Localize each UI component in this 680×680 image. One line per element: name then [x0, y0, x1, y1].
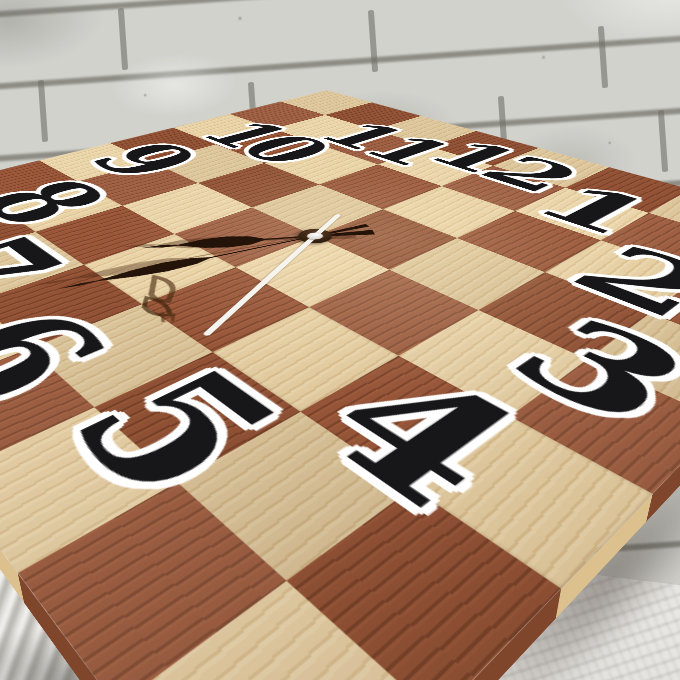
- photo-frame: 121234567891011: [0, 0, 680, 680]
- clock-numeral-2: 2: [551, 237, 680, 332]
- clock-numeral-6: 6: [0, 297, 137, 430]
- clock-numeral-4: 4: [283, 356, 554, 536]
- clock-numeral-3: 3: [483, 306, 680, 446]
- chessboard-clock: 121234567891011: [0, 90, 680, 680]
- clock-numeral-5: 5: [34, 352, 314, 528]
- clock-numeral-7: 7: [0, 228, 87, 318]
